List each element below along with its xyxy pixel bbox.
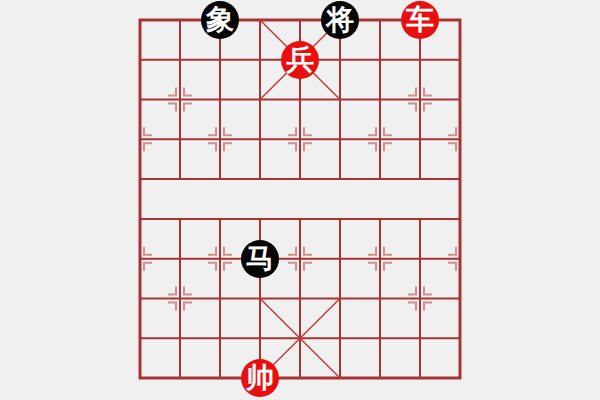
piece-red-soldier[interactable]: 兵 [281,41,319,79]
piece-black-horse[interactable]: 马 [241,240,279,278]
piece-red-general[interactable]: 帅 [241,359,279,397]
xiangqi-board: 象将车兵马帅 [0,0,600,400]
piece-black-elephant[interactable]: 象 [201,1,239,39]
piece-black-general[interactable]: 将 [321,1,359,39]
piece-grid: 象将车兵马帅 [120,0,480,398]
piece-red-chariot[interactable]: 车 [401,1,439,39]
